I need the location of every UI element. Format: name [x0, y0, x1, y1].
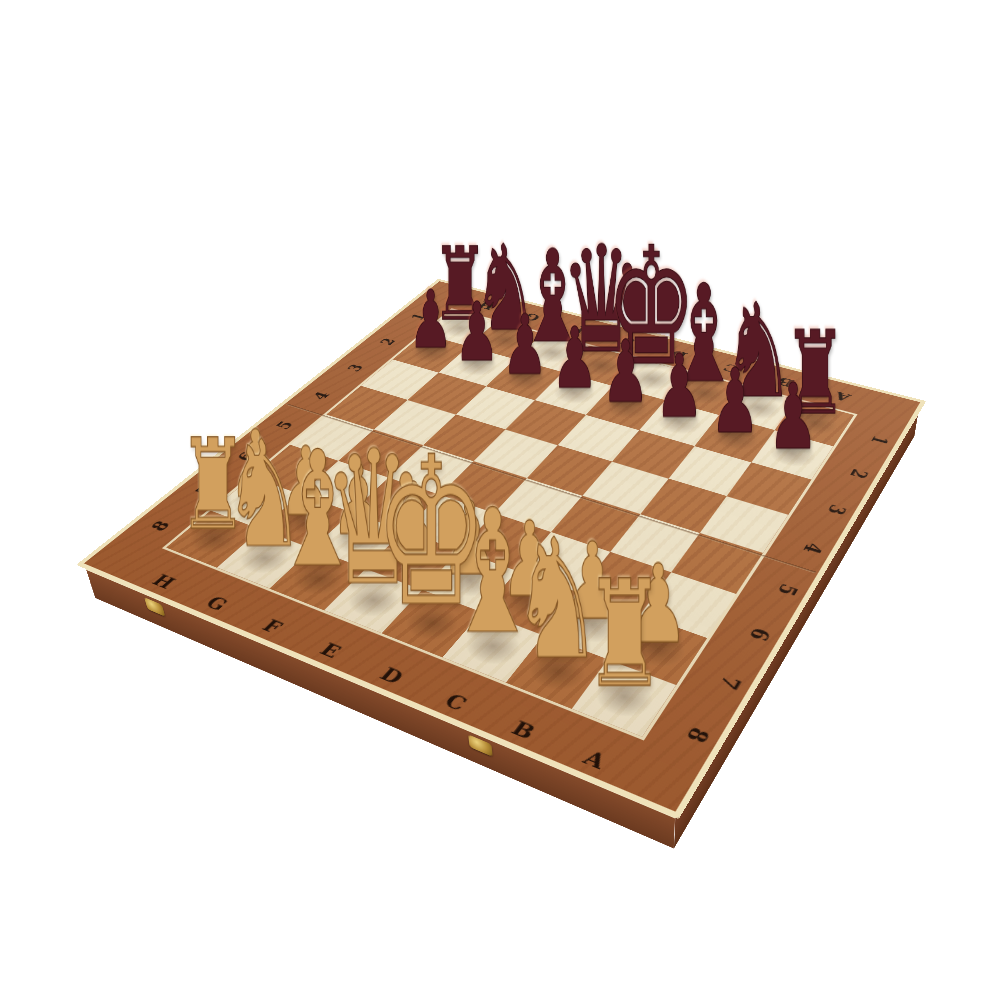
rank-label-right: 8 — [672, 716, 723, 755]
file-label-near: H — [140, 567, 187, 596]
chess-board: ♜♞♝♛♚♝♞♜♟♟♟♟♟♟♟♟♟♟♟♟♟♟♟♟♜♞♝♛♚♝♞♜ HH11GG2… — [76, 279, 926, 819]
rank-label-right: 3 — [816, 497, 857, 523]
rank-label-right: 6 — [737, 618, 783, 651]
rank-label-right: 5 — [765, 575, 809, 606]
file-label-near: B — [498, 711, 550, 750]
brass-clasp-icon[interactable] — [468, 734, 492, 756]
rank-label-left: 4 — [302, 386, 340, 406]
product-photo-scene: ♜♞♝♛♚♝♞♜♟♟♟♟♟♟♟♟♟♟♟♟♟♟♟♟♜♞♝♛♚♝♞♜ HH11GG2… — [0, 0, 1000, 1000]
rank-label-right: 2 — [839, 462, 879, 487]
brass-clasp-icon[interactable] — [144, 597, 165, 617]
file-label-near: G — [193, 588, 241, 619]
file-label-near: F — [248, 611, 296, 643]
rank-label-right: 1 — [860, 429, 898, 452]
rook-glyph: ♜ — [541, 564, 709, 704]
rank-label-right: 4 — [792, 534, 835, 562]
rank-label-right: 7 — [706, 665, 755, 701]
file-label-near: D — [367, 658, 417, 693]
file-label-near: A — [569, 739, 621, 780]
file-label-near: E — [306, 634, 355, 667]
rank-label-left: 3 — [337, 358, 374, 377]
file-label-near: C — [431, 684, 482, 721]
square-a8[interactable]: ♜ — [572, 660, 676, 737]
